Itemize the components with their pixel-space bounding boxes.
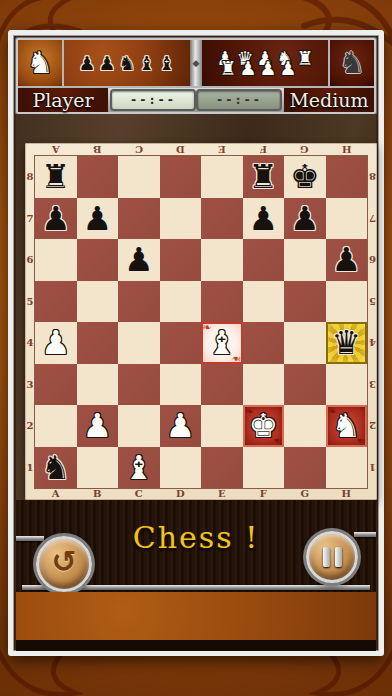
black-player-icon-box: ♞ <box>328 40 374 86</box>
app-screen: ♞ ♟♟♞♝♝ ◆ ♟♛♟♞♜ ♜♟♟♟ ♞ Player --:-- --:-… <box>0 0 392 696</box>
black-rook-f8[interactable]: ♜ <box>248 160 278 193</box>
square-a3[interactable] <box>35 364 77 406</box>
square-e2[interactable] <box>201 405 243 447</box>
square-h5[interactable] <box>326 281 368 323</box>
square-e1[interactable] <box>201 447 243 489</box>
square-g7[interactable]: ♟ <box>284 198 326 240</box>
square-h8[interactable] <box>326 156 368 198</box>
pause-icon <box>323 547 342 567</box>
tray-divider: ◆ <box>190 40 202 86</box>
player-name-row: Player --:-- --:-- Medium <box>18 86 374 112</box>
rank-label-1: 1 <box>367 447 377 489</box>
captured-white-pawn: ♟ <box>239 59 256 78</box>
captured-white-pieces-tray: ♟♛♟♞♜ ♜♟♟♟ <box>202 40 328 86</box>
square-f8[interactable]: ♜ <box>243 156 285 198</box>
base-shadow-strip <box>16 640 376 651</box>
square-a6[interactable] <box>35 239 77 281</box>
square-d4[interactable] <box>160 322 202 364</box>
square-d1[interactable] <box>160 447 202 489</box>
rank-label-7: 7 <box>367 198 377 240</box>
black-rook-a8[interactable]: ♜ <box>41 160 71 193</box>
square-b7[interactable]: ♟ <box>77 198 119 240</box>
captured-white-rook: ♜ <box>219 59 236 78</box>
square-a1[interactable]: ♞ <box>35 447 77 489</box>
square-a7[interactable]: ♟ <box>35 198 77 240</box>
black-player-name: Medium <box>284 88 374 112</box>
rank-label-6: 6 <box>25 239 35 281</box>
white-pawn-d2[interactable]: ♟ <box>165 409 195 442</box>
white-player-name: Player <box>18 88 108 112</box>
square-c4[interactable] <box>118 322 160 364</box>
square-d6[interactable] <box>160 239 202 281</box>
file-label-e: E <box>201 143 243 156</box>
square-d8[interactable] <box>160 156 202 198</box>
square-h6[interactable]: ♟ <box>326 239 368 281</box>
square-a8[interactable]: ♜ <box>35 156 77 198</box>
square-c8[interactable] <box>118 156 160 198</box>
square-g5[interactable] <box>284 281 326 323</box>
rank-labels-left: 87654321 <box>25 156 35 488</box>
square-f7[interactable]: ♟ <box>243 198 285 240</box>
captured-black-knight: ♞ <box>118 54 135 73</box>
square-g8[interactable]: ♚ <box>284 156 326 198</box>
square-c7[interactable] <box>118 198 160 240</box>
square-e6[interactable] <box>201 239 243 281</box>
square-e4[interactable]: ♝ <box>201 322 243 364</box>
rank-labels-right: 87654321 <box>367 156 377 488</box>
rank-label-2: 2 <box>25 405 35 447</box>
rank-label-8: 8 <box>25 156 35 198</box>
square-b1[interactable] <box>77 447 119 489</box>
file-label-a: A <box>35 143 77 156</box>
rank-label-4: 4 <box>367 322 377 364</box>
board-grid: ♜♜♚♟♟♟♟♟♟♟♝♛♟♟♚♞♞♝ <box>35 156 367 488</box>
square-a2[interactable] <box>35 405 77 447</box>
captured-white-row-2: ♜♟♟♟ <box>219 59 296 78</box>
square-a4[interactable]: ♟ <box>35 322 77 364</box>
timer-plate: --:-- --:-- <box>108 88 284 112</box>
file-label-f: F <box>243 487 285 500</box>
white-pawn-a4[interactable]: ♟ <box>41 326 71 359</box>
square-e3[interactable] <box>201 364 243 406</box>
square-f6[interactable] <box>243 239 285 281</box>
black-king-g8[interactable]: ♚ <box>290 160 320 193</box>
rank-label-7: 7 <box>25 198 35 240</box>
pause-button[interactable] <box>306 531 358 583</box>
file-label-e: E <box>201 487 243 500</box>
file-label-b: B <box>77 143 119 156</box>
square-d2[interactable]: ♟ <box>160 405 202 447</box>
square-g6[interactable] <box>284 239 326 281</box>
square-e8[interactable] <box>201 156 243 198</box>
black-pawn-g7[interactable]: ♟ <box>290 202 320 235</box>
file-label-g: G <box>284 487 326 500</box>
bottom-panel: Chess ! ↺ <box>16 500 376 592</box>
square-c5[interactable] <box>118 281 160 323</box>
file-label-c: C <box>118 487 160 500</box>
chess-board: ABCDEFGH 87654321 87654321 ABCDEFGH ♜♜♚♟… <box>25 143 377 500</box>
square-h2[interactable]: ♞ <box>326 405 368 447</box>
square-d5[interactable] <box>160 281 202 323</box>
black-queen-h4[interactable]: ♛ <box>331 326 361 359</box>
rank-label-3: 3 <box>25 364 35 406</box>
file-label-a: A <box>35 487 77 500</box>
captured-black-bishop: ♝ <box>139 54 156 73</box>
file-labels-bottom: ABCDEFGH <box>35 487 367 500</box>
white-king-f2[interactable]: ♚ <box>248 409 278 442</box>
square-e7[interactable] <box>201 198 243 240</box>
white-knight-h2[interactable]: ♞ <box>331 409 361 442</box>
square-b4[interactable] <box>77 322 119 364</box>
rank-label-3: 3 <box>367 364 377 406</box>
captured-white-rook: ♜ <box>297 49 314 68</box>
rank-label-8: 8 <box>367 156 377 198</box>
square-f5[interactable] <box>243 281 285 323</box>
square-d7[interactable] <box>160 198 202 240</box>
square-h4[interactable]: ♛ <box>326 322 368 364</box>
square-d3[interactable] <box>160 364 202 406</box>
captured-black-pawn: ♟ <box>78 54 95 73</box>
rank-label-1: 1 <box>25 447 35 489</box>
square-h3[interactable] <box>326 364 368 406</box>
square-b8[interactable] <box>77 156 119 198</box>
white-timer-display: --:-- <box>110 89 196 111</box>
captured-black-bishop: ♝ <box>159 54 176 73</box>
file-label-g: G <box>284 143 326 156</box>
square-e5[interactable] <box>201 281 243 323</box>
black-timer-display: --:-- <box>196 89 282 111</box>
square-g3[interactable] <box>284 364 326 406</box>
square-f2[interactable]: ♚ <box>243 405 285 447</box>
board-background: ABCDEFGH 87654321 87654321 ABCDEFGH ♜♜♚♟… <box>16 114 376 500</box>
captured-black-pawn: ♟ <box>98 54 115 73</box>
square-b6[interactable] <box>77 239 119 281</box>
captured-white-pawn: ♟ <box>280 59 297 78</box>
file-label-h: H <box>326 487 368 500</box>
square-f1[interactable] <box>243 447 285 489</box>
black-pawn-a7[interactable]: ♟ <box>41 202 71 235</box>
undo-arrow-icon: ↺ <box>51 547 76 577</box>
square-f4[interactable] <box>243 322 285 364</box>
square-f3[interactable] <box>243 364 285 406</box>
game-card: ♞ ♟♟♞♝♝ ◆ ♟♛♟♞♜ ♜♟♟♟ ♞ Player --:-- --:-… <box>8 30 384 656</box>
black-pawn-b7[interactable]: ♟ <box>82 202 112 235</box>
captured-row: ♞ ♟♟♞♝♝ ◆ ♟♛♟♞♜ ♜♟♟♟ ♞ <box>18 40 374 86</box>
black-pawn-c6[interactable]: ♟ <box>124 243 154 276</box>
square-g1[interactable] <box>284 447 326 489</box>
white-bishop-c1[interactable]: ♝ <box>124 451 154 484</box>
white-player-icon-box: ♞ <box>18 40 64 86</box>
white-bishop-e4[interactable]: ♝ <box>207 326 237 359</box>
lower-wood-panel <box>16 592 376 640</box>
rank-label-4: 4 <box>25 322 35 364</box>
file-label-b: B <box>77 487 119 500</box>
square-c6[interactable]: ♟ <box>118 239 160 281</box>
undo-button[interactable]: ↺ <box>36 536 92 592</box>
black-pawn-f7[interactable]: ♟ <box>248 202 278 235</box>
square-c3[interactable] <box>118 364 160 406</box>
square-h7[interactable] <box>326 198 368 240</box>
file-label-f: F <box>243 143 285 156</box>
top-bar: ♞ ♟♟♞♝♝ ◆ ♟♛♟♞♜ ♜♟♟♟ ♞ Player --:-- --:-… <box>16 38 376 114</box>
file-label-d: D <box>160 487 202 500</box>
file-labels-top: ABCDEFGH <box>35 143 367 156</box>
black-pawn-h6[interactable]: ♟ <box>331 243 361 276</box>
file-label-d: D <box>160 143 202 156</box>
square-b2[interactable]: ♟ <box>77 405 119 447</box>
captured-black-pieces-tray: ♟♟♞♝♝ <box>64 40 190 86</box>
square-h1[interactable] <box>326 447 368 489</box>
black-knight-icon: ♞ <box>339 48 366 78</box>
file-label-h: H <box>326 143 368 156</box>
square-c1[interactable]: ♝ <box>118 447 160 489</box>
white-knight-icon: ♞ <box>27 48 54 78</box>
rank-label-6: 6 <box>367 239 377 281</box>
square-c2[interactable] <box>118 405 160 447</box>
rank-label-5: 5 <box>25 281 35 323</box>
square-a5[interactable] <box>35 281 77 323</box>
captured-white-pawn: ♟ <box>260 59 277 78</box>
black-knight-a1[interactable]: ♞ <box>41 451 71 484</box>
rank-label-5: 5 <box>367 281 377 323</box>
square-b5[interactable] <box>77 281 119 323</box>
square-g2[interactable] <box>284 405 326 447</box>
file-label-c: C <box>118 143 160 156</box>
rank-label-2: 2 <box>367 405 377 447</box>
square-g4[interactable] <box>284 322 326 364</box>
white-pawn-b2[interactable]: ♟ <box>82 409 112 442</box>
square-b3[interactable] <box>77 364 119 406</box>
